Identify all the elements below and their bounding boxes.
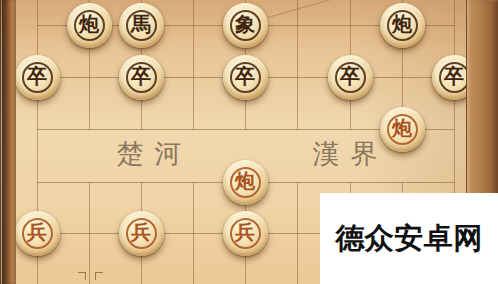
piece-glyph: 馬 [131,14,151,34]
piece-glyph: 卒 [27,66,47,86]
piece-red-soldier-file1-rank7[interactable]: 兵 [15,211,60,256]
piece-ring: 兵 [22,218,53,249]
piece-glyph: 卒 [444,66,464,86]
piece-glyph: 卒 [340,66,360,86]
piece-black-cannon-file2-rank3[interactable]: 炮 [67,3,112,48]
river-label-chu-he: 楚河 [103,139,195,169]
piece-ring: 炮 [74,10,105,41]
piece-red-cannon-file8-rank5[interactable]: 炮 [380,107,425,152]
piece-red-soldier-file5-rank7[interactable]: 兵 [223,211,268,256]
board-texture-line [268,0,332,18]
piece-glyph: 卒 [131,66,151,86]
watermark-overlay: 德众安卓网 [320,193,498,284]
piece-ring: 炮 [387,10,418,41]
piece-black-cannon-file8-rank3[interactable]: 炮 [380,3,425,48]
piece-ring: 卒 [439,62,470,93]
piece-glyph: 兵 [235,222,255,242]
piece-glyph: 象 [235,14,255,34]
piece-ring: 象 [230,10,261,41]
piece-ring: 兵 [230,218,261,249]
piece-glyph: 卒 [235,66,255,86]
grid-line [297,182,298,284]
piece-ring: 馬 [126,10,157,41]
watermark-text: 德众安卓网 [335,219,483,259]
board-frame-left [0,0,16,284]
piece-ring: 卒 [230,62,261,93]
piece-black-soldier-file1-rank4[interactable]: 卒 [15,55,60,100]
piece-red-cannon-file5-rank6[interactable]: 炮 [223,160,268,205]
point-marker [78,272,86,280]
piece-glyph: 炮 [79,14,99,34]
piece-glyph: 炮 [392,118,412,138]
piece-black-elephant-file5-rank3[interactable]: 象 [223,3,268,48]
piece-glyph: 兵 [27,222,47,242]
grid-line [297,0,298,130]
piece-ring: 兵 [126,218,157,249]
piece-glyph: 炮 [392,14,412,34]
piece-ring: 炮 [230,167,261,198]
piece-black-soldier-file5-rank4[interactable]: 卒 [223,55,268,100]
piece-ring: 卒 [126,62,157,93]
piece-glyph: 炮 [235,171,255,191]
grid-line [193,182,194,284]
piece-black-soldier-file3-rank4[interactable]: 卒 [119,55,164,100]
river-label-han-jie: 漢界 [299,139,391,169]
piece-ring: 卒 [22,62,53,93]
point-marker [95,272,103,280]
grid-line [89,182,90,284]
piece-black-soldier-file7-rank4[interactable]: 卒 [328,55,373,100]
piece-black-horse-file3-rank3[interactable]: 馬 [119,3,164,48]
piece-glyph: 兵 [131,222,151,242]
piece-red-soldier-file3-rank7[interactable]: 兵 [119,211,164,256]
piece-ring: 卒 [335,62,366,93]
xiangqi-app-screenshot: 楚河 漢界 炮馬象炮卒卒卒卒卒炮炮兵兵兵 德众安卓网 [0,0,498,284]
piece-ring: 炮 [387,114,418,145]
grid-line [193,0,194,130]
